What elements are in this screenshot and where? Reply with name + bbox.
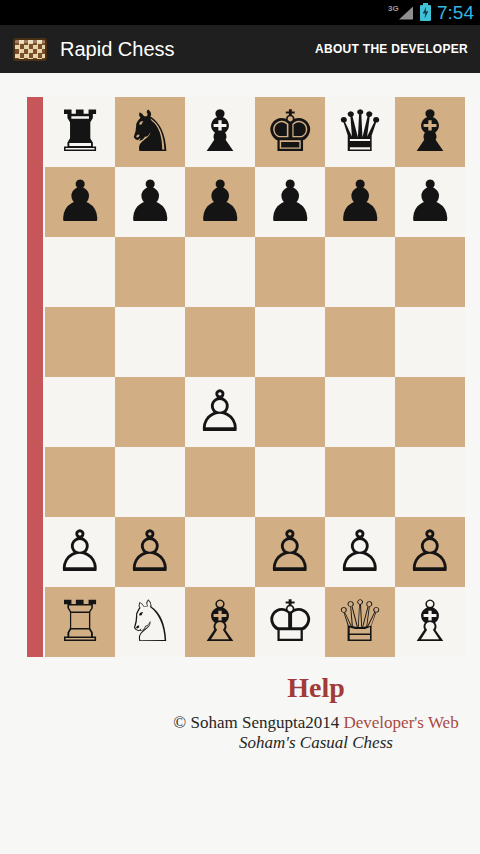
screen: 3G 7:54 Rapid Chess ABOUT THE DEVELOPER … — [0, 0, 480, 854]
square-a1[interactable]: ♖ — [45, 587, 115, 657]
black-rook[interactable]: ♜ — [45, 97, 115, 167]
status-bar: 3G 7:54 — [0, 0, 480, 25]
black-queen[interactable]: ♛ — [325, 97, 395, 167]
square-e3[interactable] — [325, 447, 395, 517]
square-f7[interactable]: ♟ — [395, 167, 465, 237]
square-d6[interactable] — [255, 237, 325, 307]
app-tagline: Soham's Casual Chess — [152, 733, 480, 753]
footer: Help © Soham Sengupta2014 Developer's We… — [152, 672, 480, 753]
copyright-text: © Soham Sengupta2014 — [173, 713, 343, 732]
square-c3[interactable] — [185, 447, 255, 517]
square-a4[interactable] — [45, 377, 115, 447]
network-signal-icon: 3G — [388, 4, 414, 22]
black-king[interactable]: ♚ — [255, 97, 325, 167]
square-e1[interactable]: ♕ — [325, 587, 395, 657]
white-pawn[interactable]: ♙ — [185, 377, 255, 447]
square-e6[interactable] — [325, 237, 395, 307]
square-d1[interactable]: ♔ — [255, 587, 325, 657]
square-d4[interactable] — [255, 377, 325, 447]
signal-strength-icon — [399, 7, 413, 20]
square-f1[interactable]: ♗ — [395, 587, 465, 657]
square-c5[interactable] — [185, 307, 255, 377]
square-e5[interactable] — [325, 307, 395, 377]
charging-bolt-icon — [422, 7, 429, 19]
square-d2[interactable]: ♙ — [255, 517, 325, 587]
black-pawn[interactable]: ♟ — [45, 167, 115, 237]
black-pawn[interactable]: ♟ — [255, 167, 325, 237]
square-d7[interactable]: ♟ — [255, 167, 325, 237]
turn-indicator-bar — [27, 97, 43, 657]
square-b4[interactable] — [115, 377, 185, 447]
black-pawn[interactable]: ♟ — [115, 167, 185, 237]
square-a8[interactable]: ♜ — [45, 97, 115, 167]
square-a7[interactable]: ♟ — [45, 167, 115, 237]
square-a6[interactable] — [45, 237, 115, 307]
square-a2[interactable]: ♙ — [45, 517, 115, 587]
network-type-label: 3G — [388, 4, 399, 13]
square-f5[interactable] — [395, 307, 465, 377]
white-pawn[interactable]: ♙ — [115, 517, 185, 587]
about-developer-menu-item[interactable]: ABOUT THE DEVELOPER — [313, 34, 470, 64]
square-b7[interactable]: ♟ — [115, 167, 185, 237]
square-e7[interactable]: ♟ — [325, 167, 395, 237]
black-pawn[interactable]: ♟ — [325, 167, 395, 237]
square-f6[interactable] — [395, 237, 465, 307]
square-e8[interactable]: ♛ — [325, 97, 395, 167]
square-c1[interactable]: ♗ — [185, 587, 255, 657]
white-king[interactable]: ♔ — [255, 587, 325, 657]
chess-board: ♜♞♝♚♛♝♟♟♟♟♟♟♙♙♙♙♙♙♖♘♗♔♕♗ — [45, 97, 465, 657]
square-b6[interactable] — [115, 237, 185, 307]
black-pawn[interactable]: ♟ — [185, 167, 255, 237]
app-title: Rapid Chess — [60, 38, 175, 61]
square-b1[interactable]: ♘ — [115, 587, 185, 657]
square-e2[interactable]: ♙ — [325, 517, 395, 587]
square-b5[interactable] — [115, 307, 185, 377]
square-b3[interactable] — [115, 447, 185, 517]
white-pawn[interactable]: ♙ — [395, 517, 465, 587]
status-clock: 7:54 — [437, 2, 476, 24]
square-f8[interactable]: ♝ — [395, 97, 465, 167]
white-pawn[interactable]: ♙ — [325, 517, 395, 587]
square-a5[interactable] — [45, 307, 115, 377]
square-b2[interactable]: ♙ — [115, 517, 185, 587]
square-d3[interactable] — [255, 447, 325, 517]
developers-web-link[interactable]: Developer's Web — [344, 713, 459, 732]
square-f4[interactable] — [395, 377, 465, 447]
black-bishop[interactable]: ♝ — [395, 97, 465, 167]
black-pawn[interactable]: ♟ — [395, 167, 465, 237]
square-a3[interactable] — [45, 447, 115, 517]
square-b8[interactable]: ♞ — [115, 97, 185, 167]
white-pawn[interactable]: ♙ — [255, 517, 325, 587]
white-bishop[interactable]: ♗ — [395, 587, 465, 657]
white-queen[interactable]: ♕ — [325, 587, 395, 657]
square-d5[interactable] — [255, 307, 325, 377]
square-c8[interactable]: ♝ — [185, 97, 255, 167]
white-bishop[interactable]: ♗ — [185, 587, 255, 657]
square-c6[interactable] — [185, 237, 255, 307]
square-c4[interactable]: ♙ — [185, 377, 255, 447]
square-f3[interactable] — [395, 447, 465, 517]
white-rook[interactable]: ♖ — [45, 587, 115, 657]
white-knight[interactable]: ♘ — [115, 587, 185, 657]
square-d8[interactable]: ♚ — [255, 97, 325, 167]
app-chessboard-icon — [13, 38, 47, 61]
square-c7[interactable]: ♟ — [185, 167, 255, 237]
action-bar: Rapid Chess ABOUT THE DEVELOPER — [0, 25, 480, 73]
battery-charging-icon — [420, 5, 431, 21]
black-bishop[interactable]: ♝ — [185, 97, 255, 167]
help-link[interactable]: Help — [152, 672, 480, 704]
copyright-line: © Soham Sengupta2014 Developer's Web — [152, 713, 480, 733]
board-area: ♜♞♝♚♛♝♟♟♟♟♟♟♙♙♙♙♙♙♖♘♗♔♕♗ — [0, 97, 480, 657]
square-e4[interactable] — [325, 377, 395, 447]
square-c2[interactable] — [185, 517, 255, 587]
black-knight[interactable]: ♞ — [115, 97, 185, 167]
white-pawn[interactable]: ♙ — [45, 517, 115, 587]
square-f2[interactable]: ♙ — [395, 517, 465, 587]
